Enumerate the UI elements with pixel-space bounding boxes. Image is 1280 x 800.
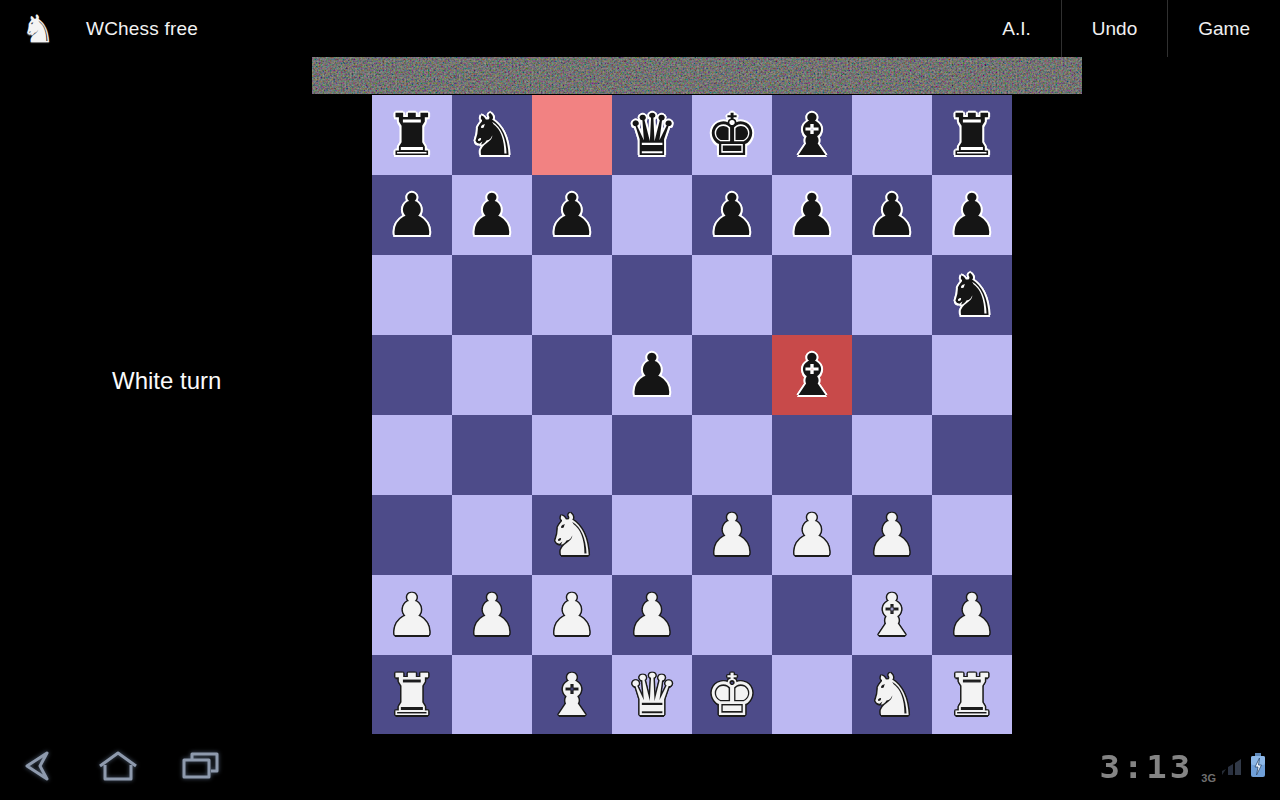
square-a3[interactable]: [372, 495, 452, 575]
signal-strength-icon: [1220, 755, 1246, 779]
square-h4[interactable]: [932, 415, 1012, 495]
black-pawn: ♟: [866, 175, 918, 255]
white-pawn: ♟: [386, 575, 438, 655]
battery-charging-icon: [1250, 752, 1266, 782]
white-queen: ♛: [626, 655, 678, 735]
black-bishop: ♝: [786, 95, 838, 175]
black-knight: ♞: [466, 95, 518, 175]
black-rook: ♜: [386, 95, 438, 175]
back-icon: [17, 750, 59, 786]
square-b1[interactable]: [452, 655, 532, 735]
square-a1[interactable]: ♜: [372, 655, 452, 735]
square-b5[interactable]: [452, 335, 532, 415]
white-pawn: ♟: [706, 495, 758, 575]
square-c5[interactable]: [532, 335, 612, 415]
knight-icon: ♞: [21, 10, 55, 48]
black-rook: ♜: [946, 95, 998, 175]
square-e1[interactable]: ♚: [692, 655, 772, 735]
black-pawn: ♟: [626, 335, 678, 415]
square-g7[interactable]: ♟: [852, 175, 932, 255]
square-c3[interactable]: ♞: [532, 495, 612, 575]
square-h6[interactable]: ♞: [932, 255, 1012, 335]
white-bishop: ♝: [546, 655, 598, 735]
square-g6[interactable]: [852, 255, 932, 335]
action-menu: A.I. Undo Game: [972, 0, 1280, 57]
square-a6[interactable]: [372, 255, 452, 335]
black-king: ♚: [706, 95, 758, 175]
square-a2[interactable]: ♟: [372, 575, 452, 655]
white-knight: ♞: [866, 655, 918, 735]
square-c1[interactable]: ♝: [532, 655, 612, 735]
square-g3[interactable]: ♟: [852, 495, 932, 575]
square-f2[interactable]: [772, 575, 852, 655]
menu-item-game[interactable]: Game: [1167, 0, 1280, 57]
white-pawn: ♟: [466, 575, 518, 655]
square-d3[interactable]: [612, 495, 692, 575]
square-g4[interactable]: [852, 415, 932, 495]
black-bishop: ♝: [786, 335, 838, 415]
square-d8[interactable]: ♛: [612, 95, 692, 175]
white-rook: ♜: [946, 655, 998, 735]
status-tray[interactable]: 3:13 3G: [1099, 744, 1266, 790]
square-f8[interactable]: ♝: [772, 95, 852, 175]
square-d5[interactable]: ♟: [612, 335, 692, 415]
square-h8[interactable]: ♜: [932, 95, 1012, 175]
black-pawn: ♟: [466, 175, 518, 255]
square-e4[interactable]: [692, 415, 772, 495]
black-pawn: ♟: [706, 175, 758, 255]
square-f4[interactable]: [772, 415, 852, 495]
square-c2[interactable]: ♟: [532, 575, 612, 655]
turn-indicator: White turn: [112, 367, 221, 395]
black-pawn: ♟: [946, 175, 998, 255]
square-b6[interactable]: [452, 255, 532, 335]
square-a5[interactable]: [372, 335, 452, 415]
square-a7[interactable]: ♟: [372, 175, 452, 255]
square-d7[interactable]: [612, 175, 692, 255]
recent-apps-icon: [179, 750, 221, 786]
menu-item-undo[interactable]: Undo: [1061, 0, 1167, 57]
black-queen: ♛: [626, 95, 678, 175]
white-pawn: ♟: [866, 495, 918, 575]
square-b7[interactable]: ♟: [452, 175, 532, 255]
square-h3[interactable]: [932, 495, 1012, 575]
square-d6[interactable]: [612, 255, 692, 335]
black-knight: ♞: [946, 255, 998, 335]
square-e5[interactable]: [692, 335, 772, 415]
white-pawn: ♟: [626, 575, 678, 655]
square-f3[interactable]: ♟: [772, 495, 852, 575]
network-type-label: 3G: [1201, 772, 1216, 784]
square-e3[interactable]: ♟: [692, 495, 772, 575]
square-b4[interactable]: [452, 415, 532, 495]
square-h7[interactable]: ♟: [932, 175, 1012, 255]
square-g1[interactable]: ♞: [852, 655, 932, 735]
square-h2[interactable]: ♟: [932, 575, 1012, 655]
square-c7[interactable]: ♟: [532, 175, 612, 255]
black-pawn: ♟: [546, 175, 598, 255]
square-h5[interactable]: [932, 335, 1012, 415]
square-g2[interactable]: ♝: [852, 575, 932, 655]
square-d2[interactable]: ♟: [612, 575, 692, 655]
chess-board: ♜♞♛♚♝♜♟♟♟♟♟♟♟♞♟♝♞♟♟♟♟♟♟♟♝♟♜♝♛♚♞♜: [372, 95, 1012, 735]
white-pawn: ♟: [786, 495, 838, 575]
square-e8[interactable]: ♚: [692, 95, 772, 175]
square-c4[interactable]: [532, 415, 612, 495]
home-button[interactable]: [94, 748, 142, 788]
back-button[interactable]: [14, 748, 62, 788]
white-king: ♚: [706, 655, 758, 735]
square-b2[interactable]: ♟: [452, 575, 532, 655]
square-d1[interactable]: ♛: [612, 655, 692, 735]
square-b3[interactable]: [452, 495, 532, 575]
square-b8[interactable]: ♞: [452, 95, 532, 175]
white-rook: ♜: [386, 655, 438, 735]
system-bar: 3:13 3G: [0, 734, 1280, 800]
home-icon: [96, 749, 140, 787]
app-knight-icon: ♞: [16, 7, 60, 51]
square-f1[interactable]: [772, 655, 852, 735]
square-d4[interactable]: [612, 415, 692, 495]
square-h1[interactable]: ♜: [932, 655, 1012, 735]
square-c8[interactable]: [532, 95, 612, 175]
square-f7[interactable]: ♟: [772, 175, 852, 255]
square-e2[interactable]: [692, 575, 772, 655]
white-pawn: ♟: [546, 575, 598, 655]
square-f5[interactable]: ♝: [772, 335, 852, 415]
black-pawn: ♟: [786, 175, 838, 255]
square-e7[interactable]: ♟: [692, 175, 772, 255]
square-e6[interactable]: [692, 255, 772, 335]
square-g5[interactable]: [852, 335, 932, 415]
menu-item-ai[interactable]: A.I.: [972, 0, 1061, 57]
square-a4[interactable]: [372, 415, 452, 495]
square-c6[interactable]: [532, 255, 612, 335]
white-bishop: ♝: [866, 575, 918, 655]
square-g8[interactable]: [852, 95, 932, 175]
app-title: WChess free: [86, 18, 198, 40]
recent-apps-button[interactable]: [176, 748, 224, 788]
white-pawn: ♟: [946, 575, 998, 655]
square-f6[interactable]: [772, 255, 852, 335]
black-pawn: ♟: [386, 175, 438, 255]
clock: 3:13: [1099, 749, 1193, 786]
square-a8[interactable]: ♜: [372, 95, 452, 175]
white-knight: ♞: [546, 495, 598, 575]
action-bar: ♞ WChess free A.I. Undo Game: [0, 0, 1280, 57]
